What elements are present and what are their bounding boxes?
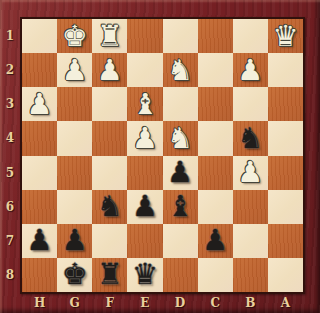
file-label-h: H <box>22 294 57 311</box>
square-f1[interactable]: ♜ <box>92 19 127 53</box>
square-d5[interactable]: ♟ <box>163 156 198 190</box>
square-a1[interactable]: ♛ <box>268 19 303 53</box>
square-a6[interactable] <box>268 190 303 224</box>
square-h1[interactable] <box>22 19 57 53</box>
square-a3[interactable] <box>268 87 303 121</box>
square-f8[interactable]: ♜ <box>92 258 127 292</box>
square-e1[interactable] <box>127 19 162 53</box>
square-h2[interactable] <box>22 53 57 87</box>
square-a2[interactable] <box>268 53 303 87</box>
rank-label-2: 2 <box>0 53 20 87</box>
square-f3[interactable] <box>92 87 127 121</box>
square-a5[interactable] <box>268 156 303 190</box>
square-b7[interactable] <box>233 224 268 258</box>
square-d3[interactable] <box>163 87 198 121</box>
square-b5[interactable]: ♟ <box>233 156 268 190</box>
square-f6[interactable]: ♞ <box>92 190 127 224</box>
chess-board-border: ♚♜♛♟♟♞♟♟♝♟♞♞♟♟♞♟♝♟♟♟♚♜♛ <box>20 17 305 294</box>
file-label-c: C <box>198 294 233 311</box>
white-bishop[interactable]: ♝ <box>132 90 158 119</box>
square-a8[interactable] <box>268 258 303 292</box>
black-king[interactable]: ♚ <box>62 260 88 289</box>
white-queen[interactable]: ♛ <box>272 22 298 51</box>
black-queen[interactable]: ♛ <box>132 260 158 289</box>
square-g8[interactable]: ♚ <box>57 258 92 292</box>
square-d1[interactable] <box>163 19 198 53</box>
square-c8[interactable] <box>198 258 233 292</box>
rank-label-3: 3 <box>0 87 20 121</box>
square-d7[interactable] <box>163 224 198 258</box>
chess-board: ♚♜♛♟♟♞♟♟♝♟♞♞♟♟♞♟♝♟♟♟♚♜♛ <box>22 19 303 292</box>
square-c3[interactable] <box>198 87 233 121</box>
white-knight[interactable]: ♞ <box>167 124 193 153</box>
square-d6[interactable]: ♝ <box>163 190 198 224</box>
square-b4[interactable]: ♞ <box>233 121 268 155</box>
square-e3[interactable]: ♝ <box>127 87 162 121</box>
square-c4[interactable] <box>198 121 233 155</box>
square-e5[interactable] <box>127 156 162 190</box>
square-h7[interactable]: ♟ <box>22 224 57 258</box>
square-b8[interactable] <box>233 258 268 292</box>
square-d4[interactable]: ♞ <box>163 121 198 155</box>
file-label-d: D <box>163 294 198 311</box>
white-rook[interactable]: ♜ <box>97 22 123 51</box>
file-label-g: G <box>57 294 92 311</box>
file-label-a: A <box>268 294 303 311</box>
square-b1[interactable] <box>233 19 268 53</box>
square-c5[interactable] <box>198 156 233 190</box>
white-pawn[interactable]: ♟ <box>97 56 123 85</box>
square-f4[interactable] <box>92 121 127 155</box>
black-rook[interactable]: ♜ <box>97 260 123 289</box>
white-knight[interactable]: ♞ <box>167 56 193 85</box>
white-pawn[interactable]: ♟ <box>132 124 158 153</box>
square-h5[interactable] <box>22 156 57 190</box>
rank-labels: 12345678 <box>0 19 20 292</box>
square-a7[interactable] <box>268 224 303 258</box>
square-e7[interactable] <box>127 224 162 258</box>
white-pawn[interactable]: ♟ <box>62 56 88 85</box>
file-label-f: F <box>92 294 127 311</box>
black-knight[interactable]: ♞ <box>97 192 123 221</box>
square-d2[interactable]: ♞ <box>163 53 198 87</box>
rank-label-6: 6 <box>0 190 20 224</box>
square-h6[interactable] <box>22 190 57 224</box>
square-b2[interactable]: ♟ <box>233 53 268 87</box>
white-pawn[interactable]: ♟ <box>27 90 53 119</box>
chess-board-frame: 12345678 ♚♜♛♟♟♞♟♟♝♟♞♞♟♟♞♟♝♟♟♟♚♜♛ HGFEDCB… <box>0 0 320 313</box>
square-g1[interactable]: ♚ <box>57 19 92 53</box>
square-a4[interactable] <box>268 121 303 155</box>
square-g5[interactable] <box>57 156 92 190</box>
square-f2[interactable]: ♟ <box>92 53 127 87</box>
black-pawn[interactable]: ♟ <box>202 226 228 255</box>
black-bishop[interactable]: ♝ <box>167 192 193 221</box>
black-pawn[interactable]: ♟ <box>62 226 88 255</box>
square-g6[interactable] <box>57 190 92 224</box>
rank-label-7: 7 <box>0 224 20 258</box>
square-c2[interactable] <box>198 53 233 87</box>
square-c6[interactable] <box>198 190 233 224</box>
square-e2[interactable] <box>127 53 162 87</box>
square-e4[interactable]: ♟ <box>127 121 162 155</box>
black-knight[interactable]: ♞ <box>237 124 263 153</box>
rank-label-4: 4 <box>0 121 20 155</box>
file-label-e: E <box>127 294 162 311</box>
square-c1[interactable] <box>198 19 233 53</box>
square-f5[interactable] <box>92 156 127 190</box>
square-c7[interactable]: ♟ <box>198 224 233 258</box>
square-g4[interactable] <box>57 121 92 155</box>
file-label-b: B <box>233 294 268 311</box>
black-pawn[interactable]: ♟ <box>132 192 158 221</box>
square-h8[interactable] <box>22 258 57 292</box>
rank-label-5: 5 <box>0 156 20 190</box>
square-h4[interactable] <box>22 121 57 155</box>
square-e8[interactable]: ♛ <box>127 258 162 292</box>
white-pawn[interactable]: ♟ <box>237 56 263 85</box>
square-g7[interactable]: ♟ <box>57 224 92 258</box>
rank-label-8: 8 <box>0 258 20 292</box>
square-g3[interactable] <box>57 87 92 121</box>
black-pawn[interactable]: ♟ <box>27 226 53 255</box>
rank-label-1: 1 <box>0 19 20 53</box>
square-b3[interactable] <box>233 87 268 121</box>
square-h3[interactable]: ♟ <box>22 87 57 121</box>
square-b6[interactable] <box>233 190 268 224</box>
square-g2[interactable]: ♟ <box>57 53 92 87</box>
black-pawn[interactable]: ♟ <box>167 158 193 187</box>
white-king[interactable]: ♚ <box>62 22 88 51</box>
square-d8[interactable] <box>163 258 198 292</box>
file-labels: HGFEDCBA <box>22 294 303 311</box>
square-e6[interactable]: ♟ <box>127 190 162 224</box>
square-f7[interactable] <box>92 224 127 258</box>
white-pawn[interactable]: ♟ <box>237 158 263 187</box>
